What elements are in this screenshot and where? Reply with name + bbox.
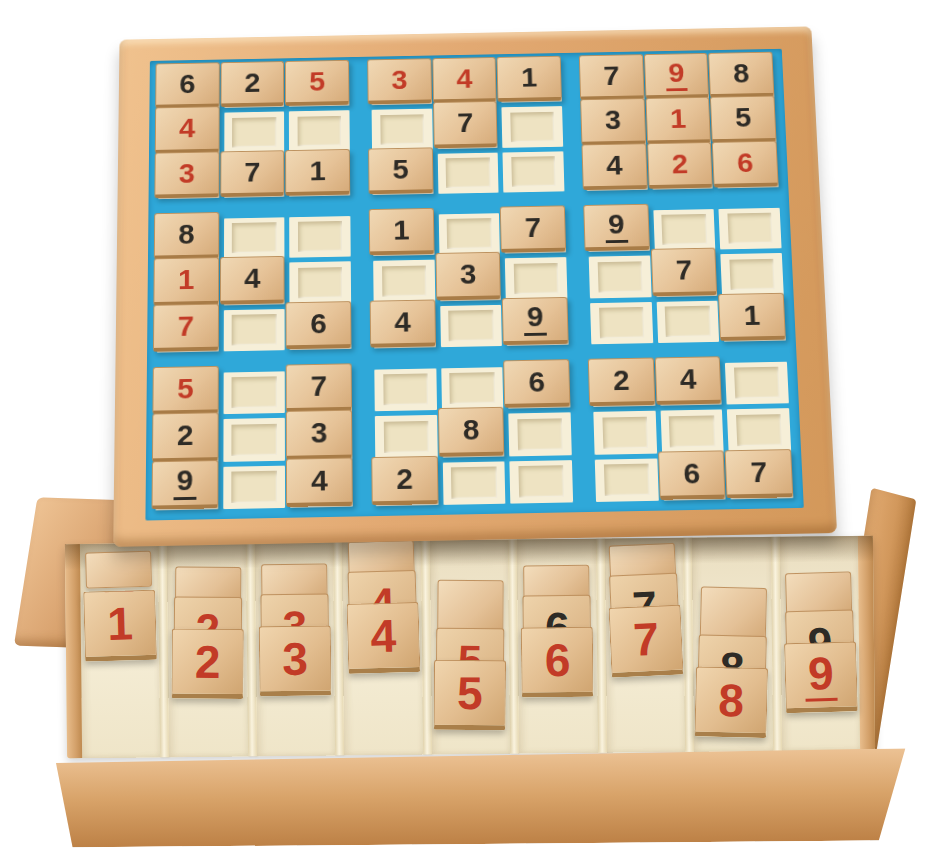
tile-digit: 1 <box>393 216 410 245</box>
cell-r8c5[interactable]: 8 <box>442 414 505 457</box>
tile-back-blank[interactable] <box>437 580 503 634</box>
cell-r1c9[interactable]: 8 <box>713 58 775 99</box>
tile-8[interactable]: 8 <box>154 212 219 260</box>
drawer-slot-6: 66 <box>517 539 598 754</box>
tile-digit: 8 <box>178 220 194 249</box>
tile-1[interactable]: 1 <box>153 257 218 305</box>
drawer-slot-7: 77 <box>605 538 686 753</box>
cell-r4c8[interactable] <box>653 209 716 251</box>
tile-5[interactable]: 5 <box>152 366 218 415</box>
tile-stack-1: 1 <box>82 551 157 662</box>
cell-r3c2[interactable]: 7 <box>224 156 285 197</box>
cell-r3c7[interactable]: 4 <box>586 149 648 190</box>
tile-front-3[interactable]: 3 <box>259 625 332 696</box>
tile-7[interactable]: 7 <box>220 150 285 197</box>
cell-r2c2[interactable] <box>224 112 285 153</box>
tile-digit: 5 <box>392 155 409 183</box>
drawer-slot-5: 55 <box>430 540 511 755</box>
tile-stack-3: 33 <box>258 563 331 696</box>
tile-9[interactable]: 9 <box>583 204 649 252</box>
cell-pocket <box>232 471 277 503</box>
tile-stack-6: 66 <box>521 565 594 698</box>
cell-r4c6[interactable]: 7 <box>504 212 566 254</box>
cell-r7c5[interactable] <box>441 367 504 410</box>
tile-5[interactable]: 5 <box>710 96 776 143</box>
cell-r1c2[interactable]: 2 <box>224 67 284 108</box>
cell-r8c4[interactable] <box>375 415 438 458</box>
tile-4[interactable]: 4 <box>654 356 722 405</box>
cell-r5c1[interactable]: 1 <box>157 264 218 306</box>
tile-2[interactable]: 2 <box>588 358 655 407</box>
drawer-slot-1: 1 <box>80 543 161 758</box>
cell-r6c3[interactable]: 6 <box>290 307 352 350</box>
board-frame: 6253417984731537154268179143776491576242… <box>113 26 837 546</box>
cell-pocket <box>232 314 276 346</box>
tile-3[interactable]: 3 <box>367 58 432 104</box>
cell-pocket <box>602 416 648 448</box>
tile-6[interactable]: 6 <box>286 301 352 349</box>
cell-pocket <box>232 222 276 253</box>
tile-digit: 1 <box>107 600 134 647</box>
tile-stack-8: 88 <box>695 586 771 738</box>
tile-digit: 6 <box>683 458 701 488</box>
cell-r4c9[interactable] <box>719 208 782 250</box>
tile-digit: 4 <box>456 65 473 93</box>
cell-pocket <box>734 367 780 399</box>
cell-r5c4[interactable] <box>373 260 435 302</box>
drawer-front-handle[interactable] <box>28 748 913 848</box>
cell-pocket <box>382 265 426 296</box>
tile-digit: 3 <box>282 636 308 682</box>
cell-r9c4[interactable]: 2 <box>375 462 438 506</box>
tile-front-7[interactable]: 7 <box>608 605 683 678</box>
cell-r2c7[interactable]: 3 <box>584 105 646 146</box>
cell-r5c6[interactable] <box>505 257 567 299</box>
tile-3[interactable]: 3 <box>580 98 646 145</box>
tile-digit: 1 <box>178 266 194 295</box>
tile-digit: 5 <box>309 68 325 96</box>
cell-r4c2[interactable] <box>224 217 285 259</box>
tile-1[interactable]: 1 <box>497 56 562 102</box>
cell-r4c3[interactable] <box>290 216 351 258</box>
cell-r5c2[interactable]: 4 <box>224 263 285 305</box>
cell-pocket <box>232 423 277 455</box>
tile-digit: 6 <box>737 148 754 176</box>
cell-r2c3[interactable] <box>289 110 350 151</box>
drawer-slot-8: 88 <box>692 537 773 752</box>
cell-pocket <box>511 156 555 187</box>
tile-digit: 7 <box>750 457 768 487</box>
cell-r3c6[interactable] <box>503 151 565 192</box>
tile-2[interactable]: 2 <box>647 142 713 189</box>
tile-digit: 4 <box>244 264 260 293</box>
tile-digit: 3 <box>460 260 477 289</box>
cell-r6c1[interactable]: 7 <box>157 310 219 353</box>
cell-pocket <box>449 310 494 342</box>
tile-digit: 2 <box>194 639 220 685</box>
tile-digit: 4 <box>606 151 623 179</box>
tile-digit: 7 <box>311 372 328 401</box>
cell-r1c4[interactable]: 3 <box>371 65 432 106</box>
cell-r7c3[interactable]: 7 <box>290 370 352 413</box>
drawer-slot-4: 44 <box>342 541 423 756</box>
cell-pocket <box>384 420 429 452</box>
tile-digit: 4 <box>394 307 411 336</box>
cell-pocket <box>383 374 428 406</box>
cell-r7c4[interactable] <box>374 368 436 411</box>
tile-digit: 3 <box>604 106 621 134</box>
cell-r7c1[interactable]: 5 <box>156 373 218 416</box>
cell-pocket <box>298 267 342 298</box>
tile-digit: 4 <box>311 466 328 496</box>
cell-r2c6[interactable] <box>502 106 563 147</box>
cell-r8c7[interactable] <box>593 411 656 454</box>
cell-pocket <box>450 372 495 404</box>
cell-pocket <box>736 414 782 446</box>
cell-r6c6[interactable]: 9 <box>506 303 569 346</box>
tile-front-4[interactable]: 4 <box>346 602 420 674</box>
cell-r1c3[interactable]: 5 <box>289 66 349 107</box>
tile-front-9[interactable]: 9 <box>784 641 858 713</box>
tile-digit: 7 <box>178 312 195 341</box>
drawer-slots: 12233445566778899 <box>80 536 860 758</box>
tile-digit: 2 <box>671 150 688 178</box>
cell-r3c4[interactable]: 5 <box>372 154 433 195</box>
tile-digit: 2 <box>396 464 413 494</box>
cell-r4c1[interactable]: 8 <box>158 219 219 261</box>
cell-pocket <box>298 115 342 145</box>
cell-r9c2[interactable] <box>223 465 285 509</box>
cell-r6c5[interactable] <box>440 305 502 348</box>
tile-digit: 1 <box>670 105 687 133</box>
cell-r5c5[interactable]: 3 <box>439 259 501 301</box>
cell-r9c1[interactable]: 9 <box>156 467 219 511</box>
cell-pocket <box>451 466 497 498</box>
tile-3[interactable]: 3 <box>154 151 219 198</box>
cell-pocket <box>517 418 563 450</box>
cell-r5c9[interactable] <box>721 253 784 295</box>
tile-stack-7: 77 <box>606 543 684 678</box>
sudoku-grid: 6253417984731537154268179143776491576242… <box>145 49 803 521</box>
cell-pocket <box>662 214 707 245</box>
tile-9[interactable]: 9 <box>502 297 569 345</box>
tile-6[interactable]: 6 <box>712 140 779 187</box>
cell-r7c6[interactable]: 6 <box>508 366 571 409</box>
cell-pocket <box>665 306 710 338</box>
tile-digit: 7 <box>244 158 260 186</box>
tile-stack-9: 99 <box>782 571 858 713</box>
tile-back-blank[interactable] <box>85 551 152 589</box>
tile-3[interactable]: 3 <box>286 410 352 459</box>
tile-front-2[interactable]: 2 <box>171 628 243 699</box>
cell-r4c5[interactable] <box>438 213 500 255</box>
tile-7[interactable]: 7 <box>579 54 644 100</box>
cell-r7c7[interactable]: 2 <box>592 364 655 407</box>
cell-pocket <box>519 465 565 497</box>
tile-digit: 7 <box>632 616 660 663</box>
tile-8[interactable]: 8 <box>708 52 774 98</box>
tile-digit: 8 <box>718 677 745 724</box>
tile-1[interactable]: 1 <box>369 208 434 256</box>
tile-digit: 5 <box>735 104 752 132</box>
cell-pocket <box>599 307 644 339</box>
cell-pocket <box>728 213 773 244</box>
tile-digit: 7 <box>457 109 474 137</box>
cell-r6c8[interactable] <box>656 300 719 343</box>
cell-pocket <box>298 221 342 252</box>
tile-digit: 2 <box>177 421 194 451</box>
cell-r2c4[interactable] <box>372 109 433 150</box>
tile-7[interactable]: 7 <box>500 205 566 253</box>
drawer-left-wall <box>65 544 82 758</box>
drawer-slot-3: 33 <box>255 541 336 756</box>
cell-r7c8[interactable]: 4 <box>659 363 722 406</box>
photo-stage: 12233445566778899 6253417984731537154268… <box>0 0 940 866</box>
cell-r9c9[interactable]: 7 <box>729 456 793 500</box>
cell-r8c9[interactable] <box>727 408 791 451</box>
tile-digit: 5 <box>177 374 194 403</box>
cell-r2c9[interactable]: 5 <box>714 102 776 143</box>
tile-digit: 3 <box>179 159 195 187</box>
tile-digit: 1 <box>743 301 761 330</box>
tile-4[interactable]: 4 <box>581 143 647 190</box>
cell-pocket <box>597 261 642 292</box>
cell-r8c8[interactable] <box>660 410 724 453</box>
tile-digit: 7 <box>603 62 620 90</box>
cell-r1c1[interactable]: 6 <box>159 69 219 110</box>
cell-r9c8[interactable]: 6 <box>662 457 726 501</box>
cell-r3c9[interactable]: 6 <box>716 147 778 188</box>
tile-digit: 7 <box>675 256 692 285</box>
tile-7[interactable]: 7 <box>153 303 219 351</box>
cell-r9c5[interactable] <box>442 461 505 505</box>
tile-digit: 9 <box>173 466 196 501</box>
cell-r5c7[interactable] <box>589 256 652 298</box>
cell-r9c7[interactable] <box>595 458 659 502</box>
cell-r2c1[interactable]: 4 <box>159 113 220 154</box>
cell-r8c1[interactable]: 2 <box>156 419 218 462</box>
tile-6[interactable]: 6 <box>504 359 571 408</box>
cell-r3c3[interactable]: 1 <box>289 155 350 196</box>
cell-r9c6[interactable] <box>510 460 573 504</box>
cell-r1c8[interactable]: 9 <box>648 59 710 100</box>
tile-7[interactable]: 7 <box>725 449 793 499</box>
tile-4[interactable]: 4 <box>286 457 353 507</box>
board-perspective: 6253417984731537154268179143776491576242… <box>113 26 837 546</box>
cell-r8c2[interactable] <box>223 418 285 461</box>
tile-digit: 4 <box>679 365 697 394</box>
tile-digit: 4 <box>369 613 396 660</box>
tile-7[interactable]: 7 <box>286 363 352 412</box>
board-unit: 6253417984731537154268179143776491576242… <box>103 0 837 547</box>
cell-pocket <box>446 157 490 188</box>
cell-r1c6[interactable]: 1 <box>501 62 562 103</box>
tile-1[interactable]: 1 <box>645 97 711 144</box>
cell-r3c1[interactable]: 3 <box>158 158 219 200</box>
cell-pocket <box>232 117 276 147</box>
cell-r4c7[interactable]: 9 <box>587 210 649 252</box>
tile-front-1[interactable]: 1 <box>83 590 157 662</box>
cell-pocket <box>604 463 650 495</box>
tile-3[interactable]: 3 <box>435 252 501 300</box>
cell-pocket <box>669 415 715 447</box>
tile-5[interactable]: 5 <box>368 147 433 194</box>
cell-r1c7[interactable]: 7 <box>583 61 644 102</box>
cell-r6c2[interactable] <box>223 309 285 352</box>
cell-r6c7[interactable] <box>590 302 653 345</box>
tile-digit: 3 <box>391 66 407 94</box>
cell-pocket <box>447 218 492 249</box>
tile-digit: 6 <box>310 309 327 338</box>
tile-digit: 1 <box>521 64 538 92</box>
tile-digit: 7 <box>525 213 542 242</box>
cell-r6c4[interactable]: 4 <box>374 306 436 349</box>
tile-stack-4: 44 <box>344 540 420 674</box>
tile-6[interactable]: 6 <box>155 62 219 108</box>
tile-digit: 9 <box>605 209 628 242</box>
cell-r6c9[interactable]: 1 <box>723 299 786 342</box>
cell-r9c3[interactable]: 4 <box>290 464 353 508</box>
tile-digit: 6 <box>528 367 545 396</box>
tile-4[interactable]: 4 <box>370 299 436 347</box>
tile-7[interactable]: 7 <box>651 248 718 296</box>
drawer-slot-9: 99 <box>779 536 860 751</box>
cell-r4c4[interactable]: 1 <box>373 214 435 256</box>
cell-pocket <box>380 114 424 144</box>
cell-pocket <box>232 376 277 408</box>
tile-2[interactable]: 2 <box>152 413 218 462</box>
cell-r8c3[interactable]: 3 <box>290 417 352 460</box>
tile-stack-2: 22 <box>171 566 244 698</box>
tile-7[interactable]: 7 <box>433 101 498 148</box>
tile-digit: 1 <box>310 157 326 185</box>
tile-digit: 8 <box>733 60 750 88</box>
tile-9[interactable]: 9 <box>644 53 710 99</box>
drawer-slot-2: 22 <box>167 542 248 757</box>
tile-digit: 9 <box>665 59 688 91</box>
tile-digit: 6 <box>545 637 571 683</box>
tile-9[interactable]: 9 <box>152 460 219 510</box>
tile-front-5[interactable]: 5 <box>434 660 506 731</box>
cell-r2c8[interactable]: 1 <box>649 104 711 145</box>
cell-r2c5[interactable]: 7 <box>437 108 498 149</box>
tile-front-6[interactable]: 6 <box>521 627 594 698</box>
tile-2[interactable]: 2 <box>220 61 284 107</box>
tile-1[interactable]: 1 <box>285 149 350 196</box>
cell-r7c2[interactable] <box>223 371 285 414</box>
tile-digit: 9 <box>524 302 547 336</box>
tile-2[interactable]: 2 <box>371 456 438 506</box>
tile-4[interactable]: 4 <box>155 107 220 154</box>
tile-digit: 8 <box>462 416 479 446</box>
tile-stack-5: 55 <box>434 580 507 730</box>
tile-6[interactable]: 6 <box>658 450 726 500</box>
tile-digit: 2 <box>613 366 630 395</box>
tile-4[interactable]: 4 <box>432 57 497 103</box>
tile-digit: 6 <box>179 70 195 98</box>
cell-pocket <box>514 262 559 293</box>
tile-digit: 5 <box>457 670 483 716</box>
cell-pocket <box>510 111 554 141</box>
tile-drawer[interactable]: 12233445566778899 <box>65 536 875 758</box>
cell-r5c8[interactable]: 7 <box>655 255 718 297</box>
cell-pocket <box>729 258 774 289</box>
tile-8[interactable]: 8 <box>438 407 505 456</box>
cell-r8c6[interactable] <box>509 413 572 456</box>
tile-4[interactable]: 4 <box>220 256 285 304</box>
tile-digit: 4 <box>179 115 195 143</box>
tile-front-8[interactable]: 8 <box>695 666 769 738</box>
tile-digit: 2 <box>244 69 260 97</box>
cell-r3c5[interactable] <box>437 152 498 193</box>
tile-digit: 9 <box>804 649 837 701</box>
cell-r3c8[interactable]: 2 <box>651 148 713 189</box>
cell-r1c5[interactable]: 4 <box>436 63 497 104</box>
tile-5[interactable]: 5 <box>285 60 349 106</box>
tile-1[interactable]: 1 <box>718 292 785 340</box>
tile-digit: 3 <box>311 418 328 448</box>
cell-r5c3[interactable] <box>290 262 351 304</box>
cell-r7c9[interactable] <box>725 362 789 405</box>
drawer-right-wall <box>858 536 875 750</box>
